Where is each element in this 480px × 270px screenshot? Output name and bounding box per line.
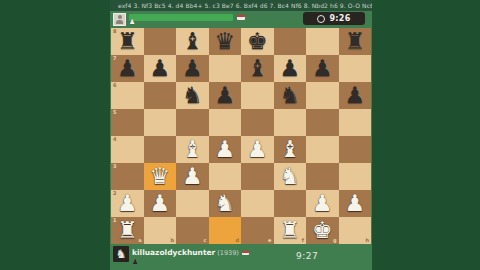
black-pawn[interactable]: ♟ <box>209 82 242 109</box>
top-player-avatar[interactable] <box>113 13 126 26</box>
square-e3[interactable] <box>241 163 274 190</box>
square-c3[interactable]: ♟ <box>176 163 209 190</box>
knight-avatar-icon: ♞ <box>116 247 127 261</box>
black-rook[interactable]: ♜ <box>339 28 372 55</box>
square-f8[interactable] <box>274 28 307 55</box>
top-captured-pieces: ♟ <box>129 18 135 26</box>
square-e1[interactable]: e <box>241 217 274 244</box>
square-e8[interactable]: ♚ <box>241 28 274 55</box>
square-f5[interactable] <box>274 109 307 136</box>
bottom-player-rating: (1939) <box>217 249 239 257</box>
square-b1[interactable]: b <box>144 217 177 244</box>
white-king[interactable]: ♚ <box>306 217 339 244</box>
square-a4[interactable]: 4 <box>111 136 144 163</box>
black-king[interactable]: ♚ <box>241 28 274 55</box>
square-d2[interactable]: ♞ <box>209 190 242 217</box>
square-f2[interactable] <box>274 190 307 217</box>
person-icon <box>118 15 122 19</box>
square-c5[interactable] <box>176 109 209 136</box>
bottom-player-clock: 9:27 <box>296 251 318 261</box>
square-e7[interactable]: ♝ <box>241 55 274 82</box>
white-pawn[interactable]: ♟ <box>111 190 144 217</box>
white-bishop[interactable]: ♝ <box>274 136 307 163</box>
rank-label-4: 4 <box>113 137 116 142</box>
square-a1[interactable]: 1a♜ <box>111 217 144 244</box>
square-e2[interactable] <box>241 190 274 217</box>
black-bishop[interactable]: ♝ <box>241 55 274 82</box>
square-g1[interactable]: g♚ <box>306 217 339 244</box>
file-label-c: c <box>204 238 207 243</box>
black-pawn[interactable]: ♟ <box>306 55 339 82</box>
black-bishop[interactable]: ♝ <box>176 28 209 55</box>
black-pawn[interactable]: ♟ <box>176 55 209 82</box>
square-c8[interactable]: ♝ <box>176 28 209 55</box>
square-a8[interactable]: 8♜ <box>111 28 144 55</box>
square-h6[interactable]: ♟ <box>339 82 372 109</box>
square-d6[interactable]: ♟ <box>209 82 242 109</box>
white-pawn[interactable]: ♟ <box>339 190 372 217</box>
rank-label-3: 3 <box>113 164 116 169</box>
square-b8[interactable] <box>144 28 177 55</box>
square-f4[interactable]: ♝ <box>274 136 307 163</box>
black-pawn[interactable]: ♟ <box>144 55 177 82</box>
file-label-e: e <box>268 238 271 243</box>
rank-label-6: 6 <box>113 83 116 88</box>
white-knight[interactable]: ♞ <box>209 190 242 217</box>
bottom-player-name[interactable]: killuazoldyckhunter(1939) <box>132 248 249 257</box>
square-g2[interactable]: ♟ <box>306 190 339 217</box>
bottom-player-avatar[interactable]: ♞ <box>113 246 129 262</box>
game-panel: exf4 3. Nf3 Bc5 4. d4 Bb4+ 5. c3 Be7 6. … <box>110 0 372 270</box>
top-clock-time: 9:26 <box>329 14 350 23</box>
square-c6[interactable]: ♞ <box>176 82 209 109</box>
square-b7[interactable]: ♟ <box>144 55 177 82</box>
square-h5[interactable] <box>339 109 372 136</box>
square-e4[interactable]: ♟ <box>241 136 274 163</box>
white-rook[interactable]: ♜ <box>274 217 307 244</box>
rank-label-5: 5 <box>113 110 116 115</box>
white-pawn[interactable]: ♟ <box>144 190 177 217</box>
bottom-player-bar: ♞ killuazoldyckhunter(1939) ♟ 9:27 <box>110 244 372 270</box>
square-d3[interactable] <box>209 163 242 190</box>
square-b6[interactable] <box>144 82 177 109</box>
square-a3[interactable]: 3 <box>111 163 144 190</box>
square-a6[interactable]: 6 <box>111 82 144 109</box>
square-a7[interactable]: 7♟ <box>111 55 144 82</box>
white-bishop[interactable]: ♝ <box>176 136 209 163</box>
top-player-flag-icon <box>237 15 245 20</box>
square-g6[interactable] <box>306 82 339 109</box>
square-d8[interactable]: ♛ <box>209 28 242 55</box>
white-pawn[interactable]: ♟ <box>306 190 339 217</box>
username-text: killuazoldyckhunter <box>132 248 215 257</box>
square-g5[interactable] <box>306 109 339 136</box>
square-g7[interactable]: ♟ <box>306 55 339 82</box>
white-pawn[interactable]: ♟ <box>241 136 274 163</box>
black-rook[interactable]: ♜ <box>111 28 144 55</box>
black-pawn[interactable]: ♟ <box>274 55 307 82</box>
bottom-captured-pieces: ♟ <box>132 258 138 266</box>
square-a2[interactable]: 2♟ <box>111 190 144 217</box>
square-h8[interactable]: ♜ <box>339 28 372 55</box>
square-h2[interactable]: ♟ <box>339 190 372 217</box>
square-a5[interactable]: 5 <box>111 109 144 136</box>
square-f3[interactable]: ♞ <box>274 163 307 190</box>
black-knight[interactable]: ♞ <box>274 82 307 109</box>
white-rook[interactable]: ♜ <box>111 217 144 244</box>
black-pawn[interactable]: ♟ <box>339 82 372 109</box>
top-player-clock: 9:26 <box>303 12 365 25</box>
file-label-b: b <box>170 238 174 243</box>
black-queen[interactable]: ♛ <box>209 28 242 55</box>
square-b2[interactable]: ♟ <box>144 190 177 217</box>
white-pawn[interactable]: ♟ <box>176 163 209 190</box>
square-c1[interactable]: c <box>176 217 209 244</box>
square-b5[interactable] <box>144 109 177 136</box>
clock-icon <box>317 15 325 23</box>
white-pawn[interactable]: ♟ <box>209 136 242 163</box>
square-f1[interactable]: f♜ <box>274 217 307 244</box>
square-f7[interactable]: ♟ <box>274 55 307 82</box>
file-label-d: d <box>235 238 239 243</box>
white-knight[interactable]: ♞ <box>274 163 307 190</box>
square-b3[interactable]: ♛ <box>144 163 177 190</box>
white-queen[interactable]: ♛ <box>144 163 177 190</box>
square-b4[interactable] <box>144 136 177 163</box>
square-d5[interactable] <box>209 109 242 136</box>
black-knight[interactable]: ♞ <box>176 82 209 109</box>
square-c7[interactable]: ♟ <box>176 55 209 82</box>
app-screen: { "game": "chess", "site_theme": "green-… <box>0 0 480 270</box>
square-d7[interactable] <box>209 55 242 82</box>
person-icon-body <box>116 20 123 24</box>
square-g4[interactable] <box>306 136 339 163</box>
file-label-h: h <box>365 238 369 243</box>
black-pawn[interactable]: ♟ <box>111 55 144 82</box>
square-e5[interactable] <box>241 109 274 136</box>
top-player-name-censor-bar <box>129 14 233 21</box>
square-d1[interactable]: d <box>209 217 242 244</box>
square-h3[interactable] <box>339 163 372 190</box>
square-f6[interactable]: ♞ <box>274 82 307 109</box>
chess-board: 8♜♝♛♚♜7♟♟♟♝♟♟6♞♟♞♟54♝♟♟♝3♛♟♞2♟♟♞♟♟1a♜bcd… <box>111 28 371 244</box>
square-d4[interactable]: ♟ <box>209 136 242 163</box>
square-g3[interactable] <box>306 163 339 190</box>
square-h7[interactable] <box>339 55 372 82</box>
square-h1[interactable]: h <box>339 217 372 244</box>
square-c2[interactable] <box>176 190 209 217</box>
square-g8[interactable] <box>306 28 339 55</box>
move-list[interactable]: exf4 3. Nf3 Bc5 4. d4 Bb4+ 5. c3 Be7 6. … <box>110 0 372 11</box>
square-e6[interactable] <box>241 82 274 109</box>
square-h4[interactable] <box>339 136 372 163</box>
square-c4[interactable]: ♝ <box>176 136 209 163</box>
bottom-player-flag-icon <box>242 251 249 255</box>
